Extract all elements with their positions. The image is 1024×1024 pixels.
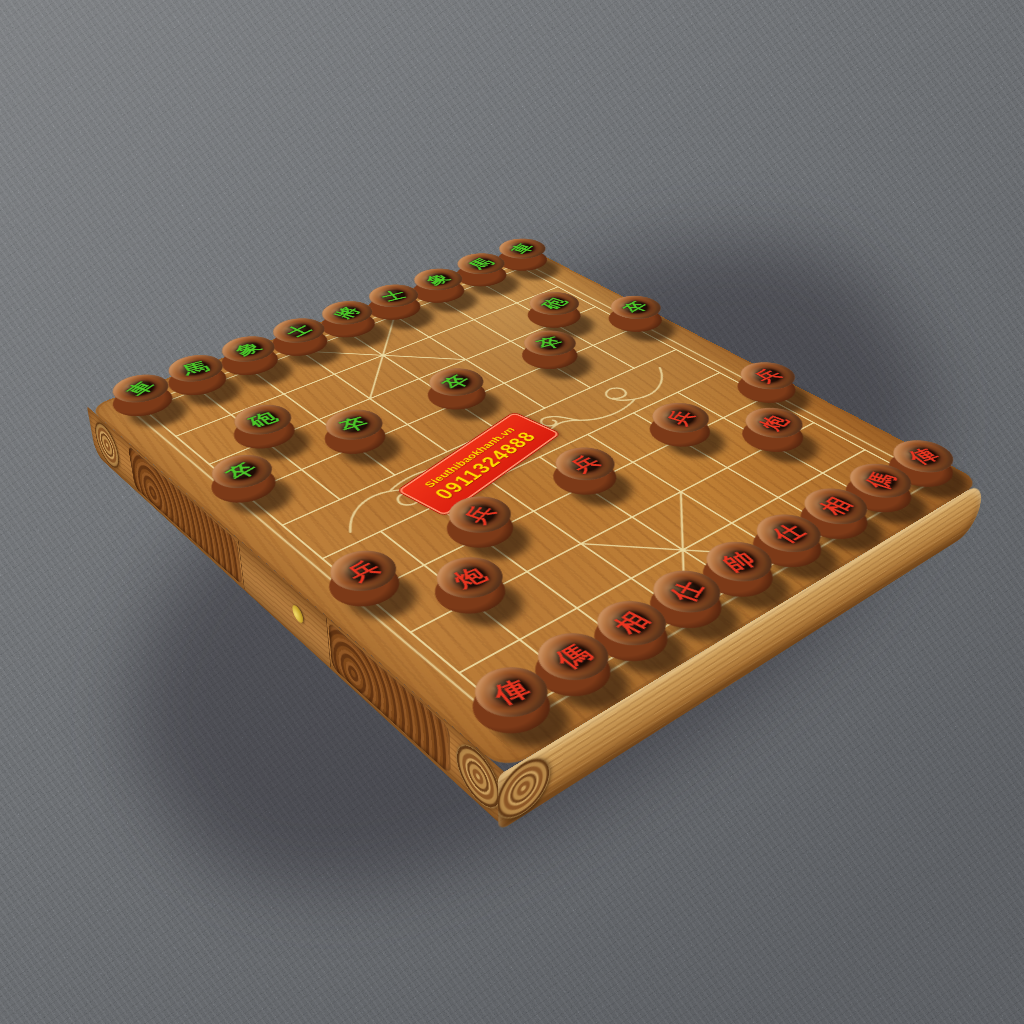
piece-character: 炮 — [449, 564, 491, 590]
piece-green-soldier[interactable]: 卒 — [419, 384, 494, 424]
piece-character: 砲 — [245, 410, 281, 429]
piece-green-soldier[interactable]: 卒 — [513, 346, 586, 382]
piece-green-soldier[interactable]: 卒 — [600, 311, 670, 344]
piece-character: 俥 — [903, 446, 942, 466]
piece-character: 兵 — [663, 408, 698, 427]
drawer-knob — [292, 602, 304, 626]
photo-stage: Sieuthibaokhanh.vn 0911324888 車馬象士將士象馬車砲… — [0, 0, 1024, 1024]
piece-character: 卒 — [534, 335, 567, 351]
piece-character: 兵 — [566, 453, 605, 474]
piece-red-cannon[interactable]: 炮 — [732, 424, 812, 467]
piece-character: 卒 — [439, 373, 475, 391]
piece-character: 仕 — [666, 578, 707, 605]
piece-character: 傌 — [550, 641, 596, 672]
piece-green-soldier[interactable]: 卒 — [204, 471, 286, 519]
piece-character: 傌 — [862, 470, 898, 492]
piece-red-soldier[interactable]: 兵 — [543, 463, 626, 510]
piece-character: 象 — [232, 341, 266, 358]
piece-character: 卒 — [222, 460, 261, 482]
piece-character: 兵 — [342, 557, 384, 583]
piece-character: 兵 — [460, 503, 500, 526]
piece-character: 仕 — [768, 521, 810, 546]
piece-green-soldier[interactable]: 卒 — [317, 425, 396, 468]
piece-character: 相 — [609, 608, 654, 637]
piece-character: 俥 — [488, 676, 534, 707]
piece-character: 卒 — [337, 415, 372, 434]
piece-character: 相 — [816, 494, 856, 517]
piece-character: 車 — [507, 242, 537, 255]
piece-character: 砲 — [538, 296, 570, 311]
piece-red-soldier[interactable]: 兵 — [640, 419, 719, 462]
piece-character: 象 — [423, 272, 454, 286]
piece-green-chariot[interactable]: 車 — [107, 390, 182, 430]
piece-character: 士 — [379, 289, 409, 303]
piece-red-soldier[interactable]: 兵 — [320, 566, 410, 623]
piece-character: 將 — [331, 305, 364, 320]
piece-red-soldier[interactable]: 兵 — [437, 512, 523, 564]
piece-character: 士 — [282, 322, 316, 338]
piece-red-cannon[interactable]: 炮 — [425, 573, 516, 631]
piece-character: 帥 — [718, 549, 760, 574]
piece-character: 兵 — [750, 367, 786, 385]
piece-red-chariot[interactable]: 俥 — [461, 682, 562, 753]
piece-character: 馬 — [180, 360, 212, 377]
piece-character: 馬 — [466, 257, 497, 271]
piece-character: 炮 — [756, 413, 792, 433]
piece-character: 卒 — [619, 300, 652, 315]
piece-character: 車 — [122, 379, 159, 397]
